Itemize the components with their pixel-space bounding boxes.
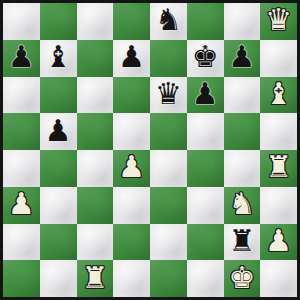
square-d8[interactable] <box>113 3 150 40</box>
chess-board-frame: ♞♛♟♝♟♚♟♛♟♝♟♟♜♟♞♜♟♜♚ <box>0 0 300 300</box>
square-e7[interactable] <box>150 40 187 77</box>
square-b3[interactable] <box>40 187 77 224</box>
black-queen[interactable]: ♛ <box>155 79 182 109</box>
square-c7[interactable] <box>77 40 114 77</box>
black-king[interactable]: ♚ <box>192 42 219 72</box>
square-e1[interactable] <box>150 260 187 297</box>
square-g3[interactable]: ♞ <box>224 187 261 224</box>
square-f1[interactable] <box>187 260 224 297</box>
square-g1[interactable]: ♚ <box>224 260 261 297</box>
square-g7[interactable]: ♟ <box>224 40 261 77</box>
white-knight[interactable]: ♞ <box>228 189 255 219</box>
square-h7[interactable] <box>260 40 297 77</box>
square-d4[interactable]: ♟ <box>113 150 150 187</box>
square-f8[interactable] <box>187 3 224 40</box>
square-h4[interactable]: ♜ <box>260 150 297 187</box>
square-a3[interactable]: ♟ <box>3 187 40 224</box>
square-e8[interactable]: ♞ <box>150 3 187 40</box>
square-h2[interactable]: ♟ <box>260 224 297 261</box>
white-pawn[interactable]: ♟ <box>265 226 292 256</box>
black-pawn[interactable]: ♟ <box>192 79 219 109</box>
square-b4[interactable] <box>40 150 77 187</box>
white-rook[interactable]: ♜ <box>265 152 292 182</box>
square-e6[interactable]: ♛ <box>150 77 187 114</box>
square-h6[interactable]: ♝ <box>260 77 297 114</box>
square-b8[interactable] <box>40 3 77 40</box>
square-c2[interactable] <box>77 224 114 261</box>
square-e5[interactable] <box>150 113 187 150</box>
square-g4[interactable] <box>224 150 261 187</box>
square-h8[interactable]: ♛ <box>260 3 297 40</box>
square-c5[interactable] <box>77 113 114 150</box>
square-c6[interactable] <box>77 77 114 114</box>
square-a5[interactable] <box>3 113 40 150</box>
square-d7[interactable]: ♟ <box>113 40 150 77</box>
white-pawn[interactable]: ♟ <box>8 189 35 219</box>
square-g5[interactable] <box>224 113 261 150</box>
square-f2[interactable] <box>187 224 224 261</box>
square-d2[interactable] <box>113 224 150 261</box>
white-rook[interactable]: ♜ <box>81 263 108 293</box>
square-b2[interactable] <box>40 224 77 261</box>
square-a7[interactable]: ♟ <box>3 40 40 77</box>
black-knight[interactable]: ♞ <box>155 5 182 35</box>
square-f3[interactable] <box>187 187 224 224</box>
square-g6[interactable] <box>224 77 261 114</box>
white-pawn[interactable]: ♟ <box>118 152 145 182</box>
square-h1[interactable] <box>260 260 297 297</box>
square-c4[interactable] <box>77 150 114 187</box>
square-d6[interactable] <box>113 77 150 114</box>
square-h3[interactable] <box>260 187 297 224</box>
square-e4[interactable] <box>150 150 187 187</box>
square-a6[interactable] <box>3 77 40 114</box>
square-b6[interactable] <box>40 77 77 114</box>
black-pawn[interactable]: ♟ <box>45 116 72 146</box>
black-bishop[interactable]: ♝ <box>45 42 72 72</box>
square-f4[interactable] <box>187 150 224 187</box>
square-d5[interactable] <box>113 113 150 150</box>
square-f5[interactable] <box>187 113 224 150</box>
square-e3[interactable] <box>150 187 187 224</box>
square-a4[interactable] <box>3 150 40 187</box>
square-c1[interactable]: ♜ <box>77 260 114 297</box>
square-c8[interactable] <box>77 3 114 40</box>
white-king[interactable]: ♚ <box>228 263 255 293</box>
square-a8[interactable] <box>3 3 40 40</box>
square-g2[interactable]: ♜ <box>224 224 261 261</box>
square-a1[interactable] <box>3 260 40 297</box>
square-f6[interactable]: ♟ <box>187 77 224 114</box>
square-b1[interactable] <box>40 260 77 297</box>
square-b5[interactable]: ♟ <box>40 113 77 150</box>
square-f7[interactable]: ♚ <box>187 40 224 77</box>
square-b7[interactable]: ♝ <box>40 40 77 77</box>
square-h5[interactable] <box>260 113 297 150</box>
white-bishop[interactable]: ♝ <box>265 79 292 109</box>
chess-board: ♞♛♟♝♟♚♟♛♟♝♟♟♜♟♞♜♟♜♚ <box>3 3 297 297</box>
white-queen[interactable]: ♛ <box>265 5 292 35</box>
square-c3[interactable] <box>77 187 114 224</box>
black-rook[interactable]: ♜ <box>228 226 255 256</box>
square-d3[interactable] <box>113 187 150 224</box>
black-pawn[interactable]: ♟ <box>8 42 35 72</box>
square-g8[interactable] <box>224 3 261 40</box>
square-d1[interactable] <box>113 260 150 297</box>
black-pawn[interactable]: ♟ <box>228 42 255 72</box>
black-pawn[interactable]: ♟ <box>118 42 145 72</box>
square-a2[interactable] <box>3 224 40 261</box>
square-e2[interactable] <box>150 224 187 261</box>
